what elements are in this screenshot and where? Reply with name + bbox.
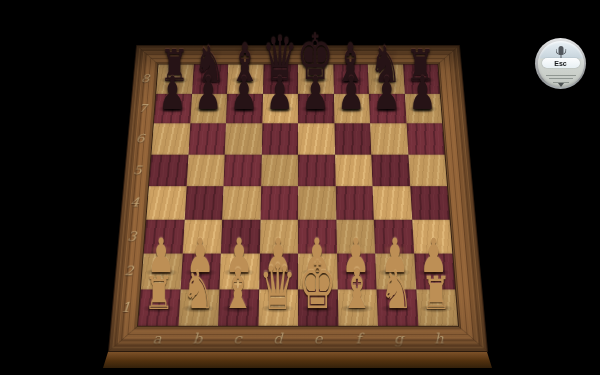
rook-glyph: ♜ (421, 271, 451, 317)
microphone-icon-holder (555, 49, 566, 55)
pawn-glyph: ♟ (409, 72, 436, 118)
speech-feedback-widget[interactable]: Esc (535, 38, 586, 89)
listen-key-pill: Esc (542, 58, 580, 68)
listen-key-label: Esc (554, 60, 566, 67)
chess-app-window: 87654321 abcdefgh ♜♞♝♛♚♝♞♜♟♟♟♟♟♟♟♟♟♟♟♟♟♟… (0, 0, 600, 375)
white-rook-h1[interactable]: ♜ (396, 237, 476, 311)
chevron-down-icon[interactable] (558, 83, 564, 87)
speech-widget-face: Esc (538, 41, 584, 87)
black-pawn-h7[interactable]: ♟ (383, 45, 463, 112)
level-meter-line (546, 75, 576, 76)
pieces-layer: ♜♞♝♛♚♝♞♜♟♟♟♟♟♟♟♟♟♟♟♟♟♟♟♟♜♞♝♛♚♝♞♜ (0, 0, 600, 375)
level-meter-line (549, 78, 573, 79)
